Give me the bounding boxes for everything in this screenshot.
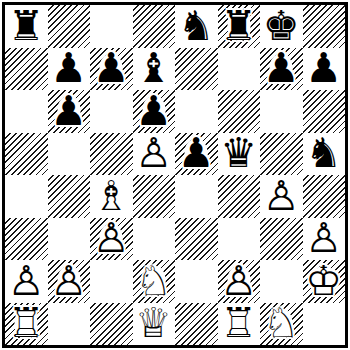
white-king[interactable]: ♔ bbox=[305, 261, 342, 302]
square-f6[interactable] bbox=[218, 90, 261, 133]
square-b2[interactable]: ♙ bbox=[48, 260, 91, 303]
square-a3[interactable] bbox=[5, 218, 48, 261]
black-bishop[interactable]: ♝ bbox=[135, 48, 172, 89]
white-pawn[interactable]: ♙ bbox=[8, 261, 45, 302]
square-c7[interactable]: ♟ bbox=[90, 48, 133, 91]
square-a2[interactable]: ♙ bbox=[5, 260, 48, 303]
chess-board: ♜♞♜♚♟♟♝♟♟♟♟♙♟♛♞♗♙♙♙♙♙♘♙♔♖♕♖♘ bbox=[2, 2, 348, 348]
square-d4[interactable] bbox=[133, 175, 176, 218]
black-pawn[interactable]: ♟ bbox=[50, 48, 87, 89]
black-pawn[interactable]: ♟ bbox=[135, 91, 172, 132]
square-e3[interactable] bbox=[175, 218, 218, 261]
square-g5[interactable] bbox=[260, 133, 303, 176]
square-c2[interactable] bbox=[90, 260, 133, 303]
square-a6[interactable] bbox=[5, 90, 48, 133]
square-d8[interactable] bbox=[133, 5, 176, 48]
square-f4[interactable] bbox=[218, 175, 261, 218]
black-rook[interactable]: ♜ bbox=[8, 6, 45, 47]
white-queen[interactable]: ♕ bbox=[135, 303, 172, 344]
chess-diagram: ♜♞♜♚♟♟♝♟♟♟♟♙♟♛♞♗♙♙♙♙♙♘♙♔♖♕♖♘ bbox=[0, 0, 350, 350]
square-c6[interactable] bbox=[90, 90, 133, 133]
black-pawn[interactable]: ♟ bbox=[263, 48, 300, 89]
white-knight[interactable]: ♘ bbox=[135, 261, 172, 302]
square-h7[interactable]: ♟ bbox=[303, 48, 346, 91]
square-b3[interactable] bbox=[48, 218, 91, 261]
square-a7[interactable] bbox=[5, 48, 48, 91]
square-b6[interactable]: ♟ bbox=[48, 90, 91, 133]
square-c5[interactable] bbox=[90, 133, 133, 176]
white-rook[interactable]: ♖ bbox=[220, 303, 257, 344]
square-e5[interactable]: ♟ bbox=[175, 133, 218, 176]
square-c4[interactable]: ♗ bbox=[90, 175, 133, 218]
square-g7[interactable]: ♟ bbox=[260, 48, 303, 91]
black-pawn[interactable]: ♟ bbox=[50, 91, 87, 132]
square-a1[interactable]: ♖ bbox=[5, 303, 48, 346]
square-f2[interactable]: ♙ bbox=[218, 260, 261, 303]
square-g2[interactable] bbox=[260, 260, 303, 303]
square-b4[interactable] bbox=[48, 175, 91, 218]
square-d5[interactable]: ♙ bbox=[133, 133, 176, 176]
square-e8[interactable]: ♞ bbox=[175, 5, 218, 48]
square-h3[interactable]: ♙ bbox=[303, 218, 346, 261]
square-f3[interactable] bbox=[218, 218, 261, 261]
square-b5[interactable] bbox=[48, 133, 91, 176]
square-d3[interactable] bbox=[133, 218, 176, 261]
square-f8[interactable]: ♜ bbox=[218, 5, 261, 48]
square-d1[interactable]: ♕ bbox=[133, 303, 176, 346]
square-b8[interactable] bbox=[48, 5, 91, 48]
square-c8[interactable] bbox=[90, 5, 133, 48]
square-e4[interactable] bbox=[175, 175, 218, 218]
square-a4[interactable] bbox=[5, 175, 48, 218]
square-h8[interactable] bbox=[303, 5, 346, 48]
black-queen[interactable]: ♛ bbox=[220, 133, 257, 174]
square-h5[interactable]: ♞ bbox=[303, 133, 346, 176]
square-b7[interactable]: ♟ bbox=[48, 48, 91, 91]
square-a8[interactable]: ♜ bbox=[5, 5, 48, 48]
white-knight[interactable]: ♘ bbox=[263, 303, 300, 344]
square-f1[interactable]: ♖ bbox=[218, 303, 261, 346]
white-pawn[interactable]: ♙ bbox=[135, 133, 172, 174]
square-g3[interactable] bbox=[260, 218, 303, 261]
black-knight[interactable]: ♞ bbox=[305, 133, 342, 174]
square-f7[interactable] bbox=[218, 48, 261, 91]
black-pawn[interactable]: ♟ bbox=[93, 48, 130, 89]
square-g8[interactable]: ♚ bbox=[260, 5, 303, 48]
square-b1[interactable] bbox=[48, 303, 91, 346]
white-rook[interactable]: ♖ bbox=[8, 303, 45, 344]
square-c3[interactable]: ♙ bbox=[90, 218, 133, 261]
square-d7[interactable]: ♝ bbox=[133, 48, 176, 91]
black-king[interactable]: ♚ bbox=[263, 6, 300, 47]
square-e7[interactable] bbox=[175, 48, 218, 91]
white-pawn[interactable]: ♙ bbox=[263, 176, 300, 217]
square-g4[interactable]: ♙ bbox=[260, 175, 303, 218]
square-h1[interactable] bbox=[303, 303, 346, 346]
square-g6[interactable] bbox=[260, 90, 303, 133]
square-e1[interactable] bbox=[175, 303, 218, 346]
square-f5[interactable]: ♛ bbox=[218, 133, 261, 176]
square-h4[interactable] bbox=[303, 175, 346, 218]
square-h6[interactable] bbox=[303, 90, 346, 133]
white-pawn[interactable]: ♙ bbox=[305, 218, 342, 259]
black-pawn[interactable]: ♟ bbox=[305, 48, 342, 89]
square-a5[interactable] bbox=[5, 133, 48, 176]
white-pawn[interactable]: ♙ bbox=[50, 261, 87, 302]
white-bishop[interactable]: ♗ bbox=[93, 176, 130, 217]
square-d6[interactable]: ♟ bbox=[133, 90, 176, 133]
black-rook[interactable]: ♜ bbox=[220, 6, 257, 47]
white-pawn[interactable]: ♙ bbox=[220, 261, 257, 302]
square-h2[interactable]: ♔ bbox=[303, 260, 346, 303]
square-g1[interactable]: ♘ bbox=[260, 303, 303, 346]
square-d2[interactable]: ♘ bbox=[133, 260, 176, 303]
square-c1[interactable] bbox=[90, 303, 133, 346]
black-knight[interactable]: ♞ bbox=[178, 6, 215, 47]
square-e6[interactable] bbox=[175, 90, 218, 133]
square-e2[interactable] bbox=[175, 260, 218, 303]
black-pawn[interactable]: ♟ bbox=[178, 133, 215, 174]
white-pawn[interactable]: ♙ bbox=[93, 218, 130, 259]
